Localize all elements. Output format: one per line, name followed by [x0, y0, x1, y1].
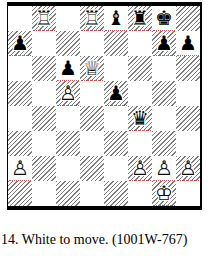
square-g4: [152, 106, 176, 131]
square-a3: [8, 131, 32, 156]
piece-halo: ♝: [104, 6, 128, 31]
piece-bP-g7-icon: ♟: [152, 31, 176, 56]
piece-wR-b8-icon: ♖: [32, 6, 56, 31]
square-h3: [176, 131, 200, 156]
square-f1: [128, 181, 152, 206]
square-c8: [56, 6, 80, 31]
square-a2: ♟♙: [8, 156, 32, 181]
square-f5: [128, 81, 152, 106]
square-b6: [32, 56, 56, 81]
square-h7: ♟♟: [176, 31, 200, 56]
square-a6: [8, 56, 32, 81]
piece-wP-f2-icon: ♙: [128, 156, 152, 181]
square-d1: [80, 181, 104, 206]
square-a5: [8, 81, 32, 106]
square-c7: [56, 31, 80, 56]
square-b7: [32, 31, 56, 56]
piece-wP-a2-icon: ♙: [8, 156, 32, 181]
square-h5: [176, 81, 200, 106]
square-c4: [56, 106, 80, 131]
piece-wP-g2-icon: ♙: [152, 156, 176, 181]
square-g3: [152, 131, 176, 156]
square-e1: [104, 181, 128, 206]
square-c3: [56, 131, 80, 156]
square-d4: [80, 106, 104, 131]
piece-halo: ♜: [32, 6, 56, 31]
piece-halo: ♟: [8, 156, 32, 181]
piece-halo: ♛: [80, 56, 104, 81]
piece-halo: ♟: [56, 81, 80, 106]
square-b3: [32, 131, 56, 156]
square-d3: [80, 131, 104, 156]
square-e2: [104, 156, 128, 181]
diagram-caption: 14. White to move. (1001W-767): [1, 231, 211, 248]
square-c1: [56, 181, 80, 206]
piece-wQ-d6-icon: ♕: [80, 56, 104, 81]
square-b1: [32, 181, 56, 206]
piece-bK-g8-king-icon: ♚: [152, 6, 176, 31]
piece-halo: ♚: [152, 181, 176, 206]
square-d5: [80, 81, 104, 106]
square-a4: [8, 106, 32, 131]
square-h1: [176, 181, 200, 206]
square-e8: ♝♝: [104, 6, 128, 31]
square-c2: [56, 156, 80, 181]
square-a1: [8, 181, 32, 206]
square-e4: [104, 106, 128, 131]
piece-bB-e8-icon: ♝: [104, 6, 128, 31]
piece-wP-h2-icon: ♙: [176, 156, 200, 181]
square-g6: [152, 56, 176, 81]
piece-halo: ♟: [104, 81, 128, 106]
piece-halo: ♟: [128, 156, 152, 181]
square-f6: [128, 56, 152, 81]
square-d2: [80, 156, 104, 181]
square-d7: [80, 31, 104, 56]
square-g1: ♚♔: [152, 181, 176, 206]
square-c6: ♟♟: [56, 56, 80, 81]
square-f4: ♛♛: [128, 106, 152, 131]
square-e7: [104, 31, 128, 56]
square-h6: [176, 56, 200, 81]
piece-halo: ♜: [80, 6, 104, 31]
piece-halo: ♟: [152, 31, 176, 56]
square-d8: ♜♖: [80, 6, 104, 31]
piece-bR-f8-icon: ♜: [128, 6, 152, 31]
square-f7: [128, 31, 152, 56]
piece-bP-a7-icon: ♟: [8, 31, 32, 56]
square-e6: [104, 56, 128, 81]
square-b8: ♜♖: [32, 6, 56, 31]
square-g7: ♟♟: [152, 31, 176, 56]
piece-halo: ♟: [152, 156, 176, 181]
piece-halo: ♛: [128, 106, 152, 131]
piece-bP-c6-icon: ♟: [56, 56, 80, 81]
piece-wK-g1-king-icon: ♔: [152, 181, 176, 206]
square-g5: [152, 81, 176, 106]
square-b5: [32, 81, 56, 106]
piece-halo: ♚: [152, 6, 176, 31]
square-h8: [176, 6, 200, 31]
piece-bP-e5-icon: ♟: [104, 81, 128, 106]
square-b4: [32, 106, 56, 131]
square-g8: ♚♚: [152, 6, 176, 31]
square-f8: ♜♜: [128, 6, 152, 31]
piece-halo: ♜: [128, 6, 152, 31]
piece-halo: ♟: [8, 31, 32, 56]
chess-board: ♜♖♜♖♝♝♜♜♚♚♟♟♟♟♟♟♟♟♛♕♟♙♟♟♛♛♟♙♟♙♟♙♟♙♚♔: [7, 2, 202, 210]
piece-halo: ♟: [176, 31, 200, 56]
square-h2: ♟♙: [176, 156, 200, 181]
square-c5: ♟♙: [56, 81, 80, 106]
piece-wP-c5-icon: ♙: [56, 81, 80, 106]
square-f2: ♟♙: [128, 156, 152, 181]
square-e5: ♟♟: [104, 81, 128, 106]
piece-wR-d8-icon: ♖: [80, 6, 104, 31]
piece-halo: ♟: [56, 56, 80, 81]
square-h4: [176, 106, 200, 131]
square-a8: [8, 6, 32, 31]
piece-halo: ♟: [176, 156, 200, 181]
square-g2: ♟♙: [152, 156, 176, 181]
square-a7: ♟♟: [8, 31, 32, 56]
square-f3: [128, 131, 152, 156]
square-b2: [32, 156, 56, 181]
square-e3: [104, 131, 128, 156]
piece-bQ-f4-icon: ♛: [128, 106, 152, 131]
piece-bP-h7-icon: ♟: [176, 31, 200, 56]
square-d6: ♛♕: [80, 56, 104, 81]
